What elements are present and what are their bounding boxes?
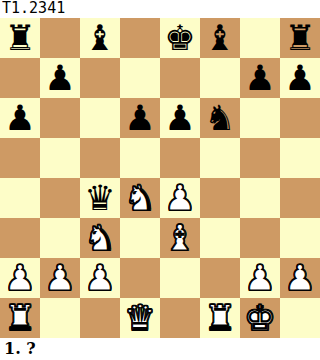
white-queen[interactable]: ♛ <box>124 298 155 338</box>
square-a8[interactable]: ♜ <box>0 18 40 58</box>
square-a5[interactable] <box>0 138 40 178</box>
square-d5[interactable] <box>120 138 160 178</box>
square-d1[interactable]: ♛ <box>120 298 160 338</box>
black-pawn[interactable]: ♟ <box>4 98 35 138</box>
square-a1[interactable]: ♜ <box>0 298 40 338</box>
square-e8[interactable]: ♚ <box>160 18 200 58</box>
square-b4[interactable] <box>40 178 80 218</box>
white-bishop[interactable]: ♝ <box>164 218 195 258</box>
white-rook[interactable]: ♜ <box>204 298 235 338</box>
black-bishop[interactable]: ♝ <box>84 18 115 58</box>
square-g3[interactable] <box>240 218 280 258</box>
square-f4[interactable] <box>200 178 240 218</box>
square-d2[interactable] <box>120 258 160 298</box>
square-c2[interactable]: ♟ <box>80 258 120 298</box>
square-e2[interactable] <box>160 258 200 298</box>
move-prompt: 1. ? <box>0 338 320 360</box>
square-e3[interactable]: ♝ <box>160 218 200 258</box>
square-h8[interactable]: ♜ <box>280 18 320 58</box>
square-b3[interactable] <box>40 218 80 258</box>
puzzle-title: T1.2341 <box>0 0 320 18</box>
square-a6[interactable]: ♟ <box>0 98 40 138</box>
square-g6[interactable] <box>240 98 280 138</box>
chess-board: ♜♝♚♝♜♟♟♟♟♟♟♞♛♞♟♞♝♟♟♟♟♟♜♛♜♚ <box>0 18 320 338</box>
square-g1[interactable]: ♚ <box>240 298 280 338</box>
square-f5[interactable] <box>200 138 240 178</box>
square-b7[interactable]: ♟ <box>40 58 80 98</box>
black-pawn[interactable]: ♟ <box>44 58 75 98</box>
black-pawn[interactable]: ♟ <box>284 58 315 98</box>
square-f2[interactable] <box>200 258 240 298</box>
square-f8[interactable]: ♝ <box>200 18 240 58</box>
square-d7[interactable] <box>120 58 160 98</box>
square-b8[interactable] <box>40 18 80 58</box>
square-e1[interactable] <box>160 298 200 338</box>
white-pawn[interactable]: ♟ <box>44 258 75 298</box>
square-d6[interactable]: ♟ <box>120 98 160 138</box>
square-c6[interactable] <box>80 98 120 138</box>
square-g2[interactable]: ♟ <box>240 258 280 298</box>
square-c3[interactable]: ♞ <box>80 218 120 258</box>
square-h5[interactable] <box>280 138 320 178</box>
square-h3[interactable] <box>280 218 320 258</box>
black-rook[interactable]: ♜ <box>284 18 315 58</box>
square-a2[interactable]: ♟ <box>0 258 40 298</box>
white-pawn[interactable]: ♟ <box>244 258 275 298</box>
square-g7[interactable]: ♟ <box>240 58 280 98</box>
square-b2[interactable]: ♟ <box>40 258 80 298</box>
black-pawn[interactable]: ♟ <box>244 58 275 98</box>
square-c8[interactable]: ♝ <box>80 18 120 58</box>
square-a4[interactable] <box>0 178 40 218</box>
square-c5[interactable] <box>80 138 120 178</box>
square-d8[interactable] <box>120 18 160 58</box>
white-pawn[interactable]: ♟ <box>164 178 195 218</box>
square-g4[interactable] <box>240 178 280 218</box>
square-e6[interactable]: ♟ <box>160 98 200 138</box>
black-rook[interactable]: ♜ <box>4 18 35 58</box>
black-pawn[interactable]: ♟ <box>164 98 195 138</box>
square-f7[interactable] <box>200 58 240 98</box>
black-queen[interactable]: ♛ <box>84 178 115 218</box>
square-a7[interactable] <box>0 58 40 98</box>
square-f1[interactable]: ♜ <box>200 298 240 338</box>
white-knight[interactable]: ♞ <box>84 218 115 258</box>
white-knight[interactable]: ♞ <box>124 178 155 218</box>
black-pawn[interactable]: ♟ <box>124 98 155 138</box>
white-pawn[interactable]: ♟ <box>4 258 35 298</box>
square-b6[interactable] <box>40 98 80 138</box>
square-d3[interactable] <box>120 218 160 258</box>
square-f3[interactable] <box>200 218 240 258</box>
black-knight[interactable]: ♞ <box>204 98 235 138</box>
square-e7[interactable] <box>160 58 200 98</box>
square-b5[interactable] <box>40 138 80 178</box>
black-king[interactable]: ♚ <box>164 18 195 58</box>
square-e5[interactable] <box>160 138 200 178</box>
square-g5[interactable] <box>240 138 280 178</box>
square-h7[interactable]: ♟ <box>280 58 320 98</box>
white-rook[interactable]: ♜ <box>4 298 35 338</box>
chess-puzzle-window: T1.2341 ♜♝♚♝♜♟♟♟♟♟♟♞♛♞♟♞♝♟♟♟♟♟♜♛♜♚ 1. ? <box>0 0 320 360</box>
white-king[interactable]: ♚ <box>244 298 275 338</box>
square-h1[interactable] <box>280 298 320 338</box>
square-h4[interactable] <box>280 178 320 218</box>
white-pawn[interactable]: ♟ <box>84 258 115 298</box>
square-h6[interactable] <box>280 98 320 138</box>
square-g8[interactable] <box>240 18 280 58</box>
square-c4[interactable]: ♛ <box>80 178 120 218</box>
square-e4[interactable]: ♟ <box>160 178 200 218</box>
square-f6[interactable]: ♞ <box>200 98 240 138</box>
square-c1[interactable] <box>80 298 120 338</box>
square-d4[interactable]: ♞ <box>120 178 160 218</box>
white-pawn[interactable]: ♟ <box>284 258 315 298</box>
square-c7[interactable] <box>80 58 120 98</box>
square-a3[interactable] <box>0 218 40 258</box>
square-h2[interactable]: ♟ <box>280 258 320 298</box>
square-b1[interactable] <box>40 298 80 338</box>
black-bishop[interactable]: ♝ <box>204 18 235 58</box>
